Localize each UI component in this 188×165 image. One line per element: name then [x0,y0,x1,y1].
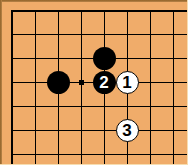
white-stone-move-1: 1 [116,71,139,94]
black-stone-move-2: 2 [93,71,116,94]
black-stone [47,71,70,94]
frame-right [187,0,188,165]
stones-grid: 213 [1,0,185,165]
star-point-marker [79,80,84,85]
frame-left [0,0,2,165]
black-stone [93,47,116,70]
frame-top [0,0,188,2]
white-stone-move-3: 3 [116,119,139,142]
frame-bottom [0,164,188,165]
go-board-diagram: 213 [0,0,188,165]
